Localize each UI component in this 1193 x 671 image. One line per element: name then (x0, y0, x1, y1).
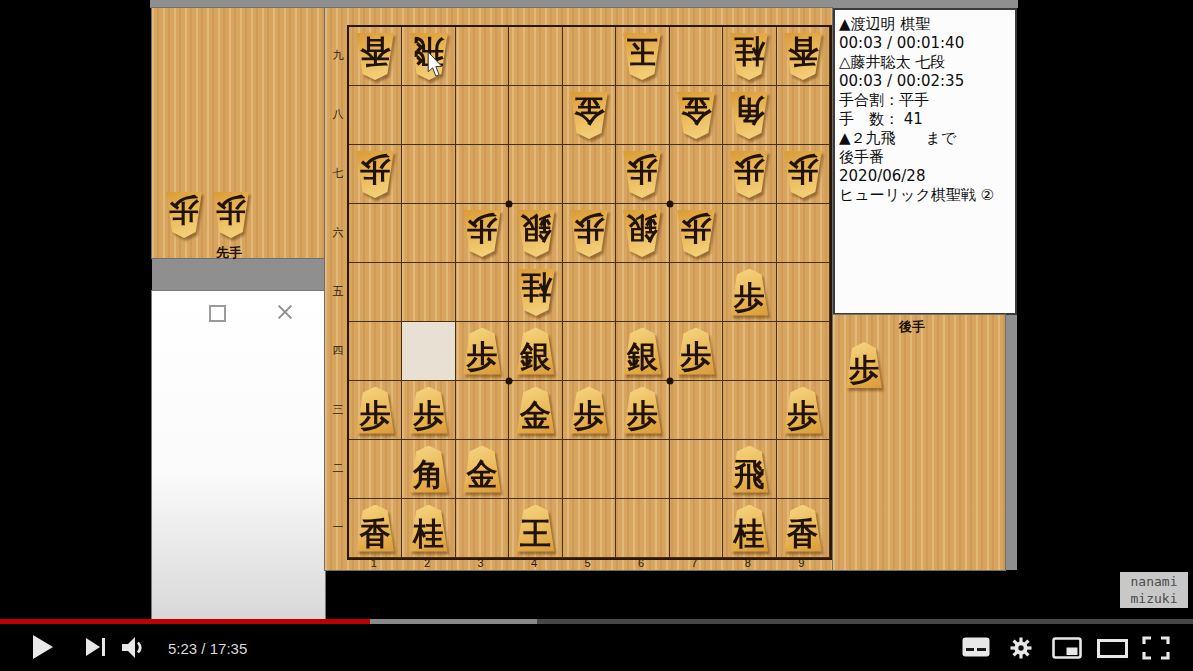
piece-歩-gote: 歩 (462, 328, 502, 375)
square-8五: 歩 (723, 263, 776, 322)
piece-香-gote: 香 (783, 505, 823, 552)
square-3四: 歩 (456, 322, 509, 381)
volume-button[interactable] (122, 637, 148, 663)
piece-歩-sente: 歩 (165, 192, 203, 238)
square-9二 (777, 440, 830, 499)
square-4三: 金 (509, 381, 562, 440)
square-7六: 歩 (670, 204, 723, 263)
square-3五 (456, 263, 509, 322)
square-3三 (456, 381, 509, 440)
hoshi-dot (506, 378, 513, 385)
square-8八: 角 (723, 86, 776, 145)
square-8六 (723, 204, 776, 263)
fullscreen-icon (1142, 636, 1170, 660)
square-5四 (563, 322, 616, 381)
square-8七: 歩 (723, 145, 776, 204)
square-6七: 歩 (616, 145, 669, 204)
square-7九 (670, 27, 723, 86)
info-line-2: 00:03 / 00:01:40 (839, 34, 1011, 53)
piece-銀-sente: 銀 (622, 210, 662, 257)
square-1三: 歩 (349, 381, 402, 440)
square-1九: 香 (349, 27, 402, 86)
piece-歩-gote: 歩 (729, 269, 769, 316)
piece-銀-sente: 銀 (516, 210, 556, 257)
square-8三 (723, 381, 776, 440)
info-line-7: ▲２九飛 まで (839, 129, 1011, 148)
square-7二 (670, 440, 723, 499)
square-2四 (402, 322, 455, 381)
square-1二 (349, 440, 402, 499)
square-4六: 銀 (509, 204, 562, 263)
square-5七 (563, 145, 616, 204)
square-1一: 香 (349, 499, 402, 558)
square-4八 (509, 86, 562, 145)
subtitles-button[interactable] (962, 637, 990, 661)
rank-label-七: 七 (330, 165, 346, 180)
square-1八 (349, 86, 402, 145)
hoshi-dot (666, 378, 673, 385)
piece-歩-gote: 歩 (569, 387, 609, 434)
backdrop-strip-top (150, 0, 1018, 8)
square-2七 (402, 145, 455, 204)
piece-歩-gote: 歩 (622, 387, 662, 434)
square-5六: 歩 (563, 204, 616, 263)
hoshi-dot (506, 201, 513, 208)
piece-歩-sente: 歩 (622, 151, 662, 198)
square-1五 (349, 263, 402, 322)
square-3九 (456, 27, 509, 86)
piece-金-sente: 金 (569, 92, 609, 139)
piece-歩-gote: 歩 (409, 387, 449, 434)
piece-香-gote: 香 (355, 505, 395, 552)
square-3二: 金 (456, 440, 509, 499)
rank-label-九: 九 (330, 47, 346, 62)
info-line-4: 00:03 / 00:02:35 (839, 72, 1011, 91)
square-9四 (777, 322, 830, 381)
watermark-line1: nanami (1120, 573, 1188, 590)
backdrop-strip-left (152, 258, 325, 291)
piece-王-gote: 王 (516, 505, 556, 552)
shogi-board-panel: 九八七六五四三二一 123456789 香飛玉桂香金金角歩歩歩歩歩銀歩銀歩桂歩歩… (325, 8, 832, 570)
progress-bar[interactable] (0, 619, 1193, 624)
close-icon[interactable] (276, 303, 294, 321)
square-2二: 角 (402, 440, 455, 499)
piece-歩-sente: 歩 (569, 210, 609, 257)
square-3八 (456, 86, 509, 145)
square-4二 (509, 440, 562, 499)
piece-桂-gote: 桂 (729, 505, 769, 552)
piece-歩-sente: 歩 (212, 192, 250, 238)
square-2五 (402, 263, 455, 322)
square-9八 (777, 86, 830, 145)
square-2三: 歩 (402, 381, 455, 440)
miniplayer-button[interactable] (1052, 637, 1082, 663)
piece-桂-sente: 桂 (516, 269, 556, 316)
piece-金-gote: 金 (462, 446, 502, 493)
rank-label-二: 二 (330, 460, 346, 475)
square-5二 (563, 440, 616, 499)
backdrop-strip-right (1005, 315, 1017, 570)
gote-tray-label: 後手 (899, 318, 925, 336)
rank-label-五: 五 (330, 283, 346, 298)
piece-銀-gote: 銀 (516, 328, 556, 375)
piece-歩-gote: 歩 (783, 387, 823, 434)
rank-label-八: 八 (330, 106, 346, 121)
piece-歩-sente: 歩 (355, 151, 395, 198)
square-7四: 歩 (670, 322, 723, 381)
rank-label-四: 四 (330, 342, 346, 357)
info-line-5: 手合割：平手 (839, 91, 1011, 110)
piece-香-sente: 香 (783, 33, 823, 80)
piece-飛-gote: 飛 (729, 446, 769, 493)
piece-歩-sente: 歩 (462, 210, 502, 257)
piece-角-sente: 角 (729, 92, 769, 139)
piece-歩-sente: 歩 (729, 151, 769, 198)
square-9九: 香 (777, 27, 830, 86)
square-2九: 飛 (402, 27, 455, 86)
watermark: nanami mizuki (1120, 572, 1188, 608)
piece-歩-gote: 歩 (355, 387, 395, 434)
settings-button[interactable] (1009, 636, 1033, 664)
piece-歩-sente: 歩 (676, 210, 716, 257)
square-5八: 金 (563, 86, 616, 145)
info-line-6: 手 数： 41 (839, 110, 1011, 129)
piece-銀-gote: 銀 (622, 328, 662, 375)
piece-角-gote: 角 (409, 446, 449, 493)
square-9五 (777, 263, 830, 322)
piece-玉-sente: 玉 (622, 33, 662, 80)
square-6九: 玉 (616, 27, 669, 86)
square-6二 (616, 440, 669, 499)
theater-icon (1097, 639, 1128, 658)
square-7三 (670, 381, 723, 440)
sente-tray-label: 先手 (216, 244, 242, 262)
square-5三: 歩 (563, 381, 616, 440)
square-5九 (563, 27, 616, 86)
square-8二: 飛 (723, 440, 776, 499)
square-1四 (349, 322, 402, 381)
square-4一: 王 (509, 499, 562, 558)
square-7一 (670, 499, 723, 558)
square-4九 (509, 27, 562, 86)
piece-金-gote: 金 (516, 387, 556, 434)
square-1六 (349, 204, 402, 263)
piece-桂-gote: 桂 (409, 505, 449, 552)
hoshi-dot (666, 201, 673, 208)
play-button[interactable] (33, 635, 53, 659)
info-line-10: ヒューリック棋聖戦 ② (839, 186, 1011, 205)
square-2一: 桂 (402, 499, 455, 558)
square-6一 (616, 499, 669, 558)
piece-歩-gote: 歩 (676, 328, 716, 375)
subtitles-icon (962, 637, 990, 657)
piece-歩-sente: 歩 (783, 151, 823, 198)
info-line-9: 2020/06/28 (839, 167, 1011, 186)
square-8九: 桂 (723, 27, 776, 86)
rank-label-六: 六 (330, 224, 346, 239)
game-info-panel: ▲渡辺明 棋聖00:03 / 00:01:40△藤井聡太 七段00:03 / 0… (833, 8, 1017, 315)
play-icon (33, 635, 53, 659)
square-6六: 銀 (616, 204, 669, 263)
piece-桂-sente: 桂 (729, 33, 769, 80)
square-3七 (456, 145, 509, 204)
speaker-icon (122, 637, 148, 659)
gote-captured-tray: 後手 歩 (833, 315, 1005, 570)
square-1七: 歩 (349, 145, 402, 204)
miniplayer-icon (1052, 637, 1082, 659)
rank-label-三: 三 (330, 401, 346, 416)
info-line-8: 後手番 (839, 148, 1011, 167)
square-5五 (563, 263, 616, 322)
next-button[interactable] (86, 638, 105, 660)
square-6五 (616, 263, 669, 322)
square-8一: 桂 (723, 499, 776, 558)
square-3六: 歩 (456, 204, 509, 263)
square-9六 (777, 204, 830, 263)
watermark-line2: mizuki (1120, 590, 1188, 607)
square-7八: 金 (670, 86, 723, 145)
square-4七 (509, 145, 562, 204)
maximize-icon[interactable] (209, 305, 226, 322)
piece-歩-gote: 歩 (845, 342, 883, 388)
square-7七 (670, 145, 723, 204)
played-bar (0, 619, 370, 624)
dialog-window (152, 291, 325, 619)
square-4五: 桂 (509, 263, 562, 322)
square-6四: 銀 (616, 322, 669, 381)
square-2八 (402, 86, 455, 145)
square-9七: 歩 (777, 145, 830, 204)
shogi-board-grid: 香飛玉桂香金金角歩歩歩歩歩銀歩銀歩桂歩歩銀銀歩歩歩金歩歩歩角金飛香桂王桂香 (347, 25, 832, 560)
square-8四 (723, 322, 776, 381)
fullscreen-button[interactable] (1142, 636, 1170, 664)
sente-captured-tray: 歩歩 先手 (152, 8, 325, 258)
time-display: 5:23 / 17:35 (168, 640, 247, 657)
square-6三: 歩 (616, 381, 669, 440)
square-3一 (456, 499, 509, 558)
square-2六 (402, 204, 455, 263)
square-7五 (670, 263, 723, 322)
theater-mode-button[interactable] (1097, 639, 1128, 662)
square-6八 (616, 86, 669, 145)
piece-金-sente: 金 (676, 92, 716, 139)
square-5一 (563, 499, 616, 558)
rank-label-一: 一 (330, 519, 346, 534)
piece-香-sente: 香 (355, 33, 395, 80)
info-line-1: ▲渡辺明 棋聖 (839, 15, 1011, 34)
square-9三: 歩 (777, 381, 830, 440)
gear-icon (1009, 636, 1033, 660)
next-icon (86, 638, 100, 656)
square-9一: 香 (777, 499, 830, 558)
piece-飛-sente: 飛 (409, 33, 449, 80)
info-line-3: △藤井聡太 七段 (839, 53, 1011, 72)
video-player: 歩歩 先手 九八七六五四三二一 123456789 香飛玉桂香金金角歩歩歩歩歩銀… (0, 0, 1193, 671)
square-4四: 銀 (509, 322, 562, 381)
